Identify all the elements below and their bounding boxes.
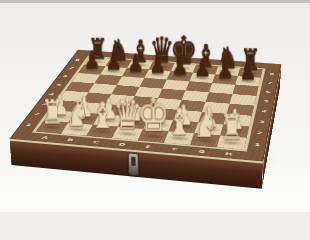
metal-clasp-icon — [128, 152, 139, 176]
black-pawn-icon: ♟ — [216, 57, 233, 81]
black-pawn-icon: ♟ — [239, 59, 256, 84]
rank-label-8: 8 — [72, 56, 82, 64]
white-knight-icon: ♞ — [65, 97, 89, 132]
file-label-a: A — [31, 135, 59, 141]
rank-label-3: 3 — [258, 117, 265, 128]
file-label-b: B — [56, 137, 84, 143]
file-label-f: F — [161, 146, 189, 152]
rank-label-4: 4 — [261, 106, 268, 117]
black-pawn-icon: ♟ — [149, 53, 166, 77]
rank-label-6: 6 — [265, 87, 272, 97]
rank-label-2: 2 — [256, 127, 264, 139]
black-pawn-icon: ♟ — [194, 56, 211, 80]
black-pawn-icon: ♟ — [84, 48, 101, 72]
rank-label-1: 1 — [253, 139, 261, 151]
folding-chess-box: ♜♞♝♛♚♝♞♜♟♟♟♟♟♟♟♟♟♟♟♟♟♟♟♟♜♞♝♛♚♝♞♜ ABCDEFG… — [9, 50, 281, 162]
clasp-slot — [131, 157, 135, 166]
rank-label-8: 8 — [269, 70, 275, 79]
rank-label-5: 5 — [263, 97, 270, 107]
background-top-strip — [0, 0, 310, 3]
black-pawn-icon: ♟ — [127, 51, 144, 75]
white-rook-icon: ♜ — [41, 96, 64, 129]
black-pawn-icon: ♟ — [171, 54, 188, 78]
product-photo: { "game": "chess", "position": "rnbqkbnr… — [0, 0, 310, 212]
white-rook-icon: ♜ — [220, 111, 244, 145]
white-bishop-icon: ♝ — [166, 104, 192, 141]
file-label-c: C — [82, 139, 110, 145]
square-g1: ♞ — [190, 133, 220, 147]
file-label-d: D — [108, 142, 136, 148]
white-knight-icon: ♞ — [193, 107, 218, 142]
file-label-h: H — [215, 151, 243, 158]
square-h1: ♜ — [217, 136, 247, 150]
white-king-icon: ♚ — [137, 92, 169, 138]
rank-label-7: 7 — [267, 78, 274, 87]
file-label-e: E — [134, 144, 162, 150]
white-bishop-icon: ♝ — [90, 98, 115, 134]
square-e1: ♚ — [138, 129, 169, 143]
file-label-g: G — [187, 149, 215, 156]
black-pawn-icon: ♟ — [105, 49, 122, 73]
